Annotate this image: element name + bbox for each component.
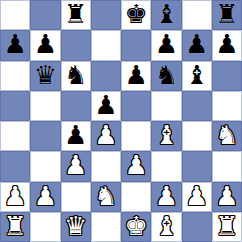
black-pawn: ♟ (3, 30, 26, 59)
black-bishop: ♝ (185, 61, 208, 90)
square-h4[interactable]: ♞ (212, 121, 242, 151)
square-a4[interactable] (0, 121, 30, 151)
square-c8[interactable]: ♜ (61, 0, 91, 30)
square-g8[interactable] (182, 0, 212, 30)
square-e8[interactable]: ♚ (121, 0, 151, 30)
square-g4[interactable] (182, 121, 212, 151)
square-d7[interactable] (91, 30, 121, 60)
square-e3[interactable]: ♟ (121, 151, 151, 181)
square-b5[interactable] (30, 91, 60, 121)
square-b3[interactable] (30, 151, 60, 181)
white-king: ♚ (124, 212, 147, 241)
white-pawn: ♟ (94, 121, 117, 150)
square-a5[interactable] (0, 91, 30, 121)
square-f5[interactable] (151, 91, 181, 121)
black-knight: ♞ (155, 61, 178, 90)
square-d4[interactable]: ♟ (91, 121, 121, 151)
black-pawn: ♟ (124, 61, 147, 90)
black-pawn: ♟ (34, 30, 57, 59)
white-pawn: ♟ (124, 151, 147, 180)
square-e2[interactable] (121, 182, 151, 212)
square-d2[interactable]: ♞ (91, 182, 121, 212)
black-king: ♚ (124, 0, 147, 29)
square-g2[interactable]: ♟ (182, 182, 212, 212)
square-e7[interactable] (121, 30, 151, 60)
white-bishop: ♝ (155, 121, 178, 150)
white-rook: ♜ (215, 212, 238, 241)
square-c4[interactable]: ♟ (61, 121, 91, 151)
white-pawn: ♟ (3, 182, 26, 211)
square-c5[interactable] (61, 91, 91, 121)
white-pawn: ♟ (34, 182, 57, 211)
white-knight: ♞ (215, 121, 238, 150)
white-pawn: ♟ (185, 182, 208, 211)
square-c2[interactable] (61, 182, 91, 212)
square-f6[interactable]: ♞ (151, 61, 181, 91)
square-a3[interactable] (0, 151, 30, 181)
black-pawn: ♟ (215, 30, 238, 59)
black-bishop: ♝ (155, 0, 178, 29)
square-f1[interactable]: ♝ (151, 212, 181, 242)
square-h7[interactable]: ♟ (212, 30, 242, 60)
white-pawn: ♟ (64, 151, 87, 180)
black-pawn: ♟ (155, 30, 178, 59)
square-f2[interactable]: ♟ (151, 182, 181, 212)
square-b6[interactable]: ♛ (30, 61, 60, 91)
square-b2[interactable]: ♟ (30, 182, 60, 212)
square-b4[interactable] (30, 121, 60, 151)
white-knight: ♞ (94, 182, 117, 211)
square-g6[interactable]: ♝ (182, 61, 212, 91)
square-d1[interactable] (91, 212, 121, 242)
black-pawn: ♟ (64, 121, 87, 150)
square-h1[interactable]: ♜ (212, 212, 242, 242)
black-pawn: ♟ (94, 91, 117, 120)
square-h3[interactable] (212, 151, 242, 181)
square-d3[interactable] (91, 151, 121, 181)
square-f3[interactable] (151, 151, 181, 181)
square-f7[interactable]: ♟ (151, 30, 181, 60)
square-d8[interactable] (91, 0, 121, 30)
square-h5[interactable] (212, 91, 242, 121)
square-g3[interactable] (182, 151, 212, 181)
black-queen: ♛ (34, 61, 57, 90)
square-c7[interactable] (61, 30, 91, 60)
black-rook: ♜ (64, 0, 87, 29)
square-h8[interactable]: ♜ (212, 0, 242, 30)
square-d5[interactable]: ♟ (91, 91, 121, 121)
square-a8[interactable] (0, 0, 30, 30)
square-b8[interactable] (30, 0, 60, 30)
square-g5[interactable] (182, 91, 212, 121)
square-g1[interactable] (182, 212, 212, 242)
chess-board: ♜♚♝♜♟♟♟♟♟♛♞♟♞♝♟♟♟♝♞♟♟♟♟♞♟♟♟♜♛♚♝♜ (0, 0, 242, 242)
square-a2[interactable]: ♟ (0, 182, 30, 212)
square-b7[interactable]: ♟ (30, 30, 60, 60)
white-queen: ♛ (64, 212, 87, 241)
square-a7[interactable]: ♟ (0, 30, 30, 60)
square-h6[interactable] (212, 61, 242, 91)
square-f8[interactable]: ♝ (151, 0, 181, 30)
white-pawn: ♟ (215, 182, 238, 211)
black-knight: ♞ (64, 61, 87, 90)
square-e1[interactable]: ♚ (121, 212, 151, 242)
square-a1[interactable]: ♜ (0, 212, 30, 242)
square-c3[interactable]: ♟ (61, 151, 91, 181)
square-f4[interactable]: ♝ (151, 121, 181, 151)
square-c6[interactable]: ♞ (61, 61, 91, 91)
white-rook: ♜ (3, 212, 26, 241)
black-pawn: ♟ (185, 30, 208, 59)
black-rook: ♜ (215, 0, 238, 29)
square-h2[interactable]: ♟ (212, 182, 242, 212)
square-g7[interactable]: ♟ (182, 30, 212, 60)
white-bishop: ♝ (155, 212, 178, 241)
square-e5[interactable] (121, 91, 151, 121)
square-e6[interactable]: ♟ (121, 61, 151, 91)
white-pawn: ♟ (155, 182, 178, 211)
square-e4[interactable] (121, 121, 151, 151)
square-d6[interactable] (91, 61, 121, 91)
square-c1[interactable]: ♛ (61, 212, 91, 242)
square-a6[interactable] (0, 61, 30, 91)
square-b1[interactable] (30, 212, 60, 242)
